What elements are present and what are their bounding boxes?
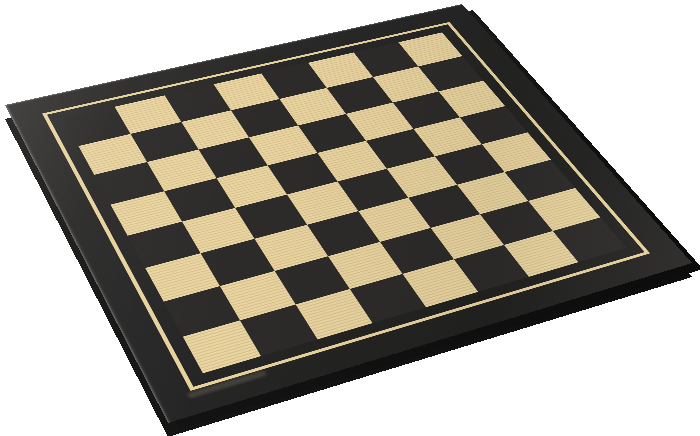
chessboard — [0, 0, 400, 400]
board-frame — [5, 4, 692, 423]
photo-background — [0, 0, 700, 436]
